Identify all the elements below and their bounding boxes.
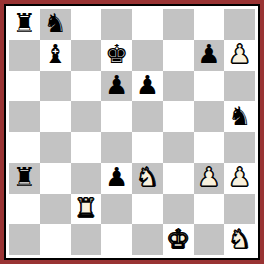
square-g1[interactable]	[194, 224, 225, 255]
square-c6[interactable]	[71, 71, 102, 102]
square-b3[interactable]	[40, 163, 71, 194]
square-g3[interactable]: ♟	[194, 163, 225, 194]
square-f5[interactable]	[163, 101, 194, 132]
square-f2[interactable]	[163, 194, 194, 225]
square-f6[interactable]	[163, 71, 194, 102]
square-b8[interactable]: ♞	[40, 9, 71, 40]
chess-board: ♜♞♝♚♟♟♟♟♞♜♟♞♟♟♜♚♞	[9, 9, 255, 255]
square-c2[interactable]: ♜	[71, 194, 102, 225]
square-h4[interactable]	[224, 132, 255, 163]
square-f7[interactable]	[163, 40, 194, 71]
white-rook-c2: ♜	[74, 195, 97, 221]
square-e6[interactable]: ♟	[132, 71, 163, 102]
square-g5[interactable]	[194, 101, 225, 132]
square-f1[interactable]: ♚	[163, 224, 194, 255]
black-pawn-e6: ♟	[136, 72, 159, 98]
square-c3[interactable]	[71, 163, 102, 194]
square-h5[interactable]: ♞	[224, 101, 255, 132]
square-a7[interactable]	[9, 40, 40, 71]
black-knight-b8: ♞	[43, 10, 66, 36]
black-pawn-g7: ♟	[197, 41, 220, 67]
square-h7[interactable]: ♟	[224, 40, 255, 71]
square-g6[interactable]	[194, 71, 225, 102]
square-a8[interactable]: ♜	[9, 9, 40, 40]
square-b5[interactable]	[40, 101, 71, 132]
square-b7[interactable]: ♝	[40, 40, 71, 71]
square-g2[interactable]	[194, 194, 225, 225]
white-knight-e3: ♞	[136, 164, 159, 190]
square-d5[interactable]	[101, 101, 132, 132]
board-frame-line: ♜♞♝♚♟♟♟♟♞♜♟♞♟♟♜♚♞	[4, 4, 260, 260]
square-h2[interactable]	[224, 194, 255, 225]
square-g8[interactable]	[194, 9, 225, 40]
black-bishop-b7: ♝	[43, 41, 66, 67]
board-frame-outer: ♜♞♝♚♟♟♟♟♞♜♟♞♟♟♜♚♞	[0, 0, 264, 264]
white-pawn-h7: ♟	[228, 41, 251, 67]
square-b6[interactable]	[40, 71, 71, 102]
square-d4[interactable]	[101, 132, 132, 163]
black-king-d7: ♚	[105, 41, 128, 67]
square-f8[interactable]	[163, 9, 194, 40]
square-e8[interactable]	[132, 9, 163, 40]
square-a2[interactable]	[9, 194, 40, 225]
square-e4[interactable]	[132, 132, 163, 163]
square-c7[interactable]	[71, 40, 102, 71]
square-a5[interactable]	[9, 101, 40, 132]
square-d7[interactable]: ♚	[101, 40, 132, 71]
square-e1[interactable]	[132, 224, 163, 255]
white-pawn-g3: ♟	[197, 164, 220, 190]
square-f3[interactable]	[163, 163, 194, 194]
square-b2[interactable]	[40, 194, 71, 225]
square-c1[interactable]	[71, 224, 102, 255]
white-knight-h1: ♞	[228, 226, 251, 252]
square-h6[interactable]	[224, 71, 255, 102]
square-e2[interactable]	[132, 194, 163, 225]
square-e7[interactable]	[132, 40, 163, 71]
square-h3[interactable]: ♟	[224, 163, 255, 194]
black-rook-a8: ♜	[13, 10, 36, 36]
white-king-f1: ♚	[166, 226, 189, 252]
board-frame-gap: ♜♞♝♚♟♟♟♟♞♜♟♞♟♟♜♚♞	[6, 6, 258, 258]
black-knight-h5: ♞	[228, 103, 251, 129]
square-e3[interactable]: ♞	[132, 163, 163, 194]
square-h1[interactable]: ♞	[224, 224, 255, 255]
black-pawn-d6: ♟	[105, 72, 128, 98]
square-c5[interactable]	[71, 101, 102, 132]
square-a6[interactable]	[9, 71, 40, 102]
square-b1[interactable]	[40, 224, 71, 255]
square-d2[interactable]	[101, 194, 132, 225]
square-d8[interactable]	[101, 9, 132, 40]
square-a1[interactable]	[9, 224, 40, 255]
square-g7[interactable]: ♟	[194, 40, 225, 71]
white-pawn-h3: ♟	[228, 164, 251, 190]
black-rook-a3: ♜	[13, 164, 36, 190]
square-d6[interactable]: ♟	[101, 71, 132, 102]
square-b4[interactable]	[40, 132, 71, 163]
square-a4[interactable]	[9, 132, 40, 163]
square-f4[interactable]	[163, 132, 194, 163]
black-pawn-d3: ♟	[105, 164, 128, 190]
square-h8[interactable]	[224, 9, 255, 40]
square-d1[interactable]	[101, 224, 132, 255]
square-g4[interactable]	[194, 132, 225, 163]
square-a3[interactable]: ♜	[9, 163, 40, 194]
square-e5[interactable]	[132, 101, 163, 132]
square-c4[interactable]	[71, 132, 102, 163]
square-c8[interactable]	[71, 9, 102, 40]
square-d3[interactable]: ♟	[101, 163, 132, 194]
